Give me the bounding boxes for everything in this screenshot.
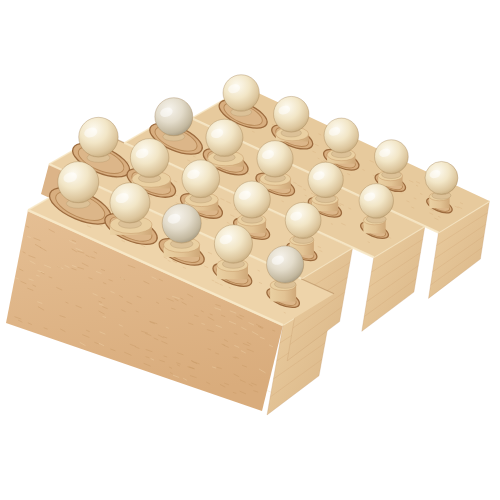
knob-ball xyxy=(110,183,150,223)
cylinder-blocks-scene xyxy=(0,0,500,500)
knob-ball xyxy=(214,225,252,263)
knob-ball xyxy=(359,184,393,218)
knob-ball xyxy=(182,160,220,198)
knob-ball xyxy=(155,98,193,136)
knob-ball xyxy=(206,119,243,156)
knob-ball xyxy=(234,181,271,218)
cylinder-block3-size1 xyxy=(358,184,393,242)
knob-ball xyxy=(425,161,458,194)
knob-ball xyxy=(162,204,201,243)
knob-ball xyxy=(375,140,409,174)
knob-ball xyxy=(285,202,321,238)
knob-ball xyxy=(58,162,99,203)
knob-ball xyxy=(223,75,259,111)
knob-ball xyxy=(79,117,118,156)
product-photo xyxy=(0,0,500,500)
knob-ball xyxy=(324,118,359,153)
cylinder-blocks-photo xyxy=(0,0,500,500)
knob-ball xyxy=(308,162,343,197)
knob-ball xyxy=(130,139,169,178)
knob-ball xyxy=(267,246,304,283)
knob-ball xyxy=(257,141,293,177)
knob-ball xyxy=(274,96,309,131)
